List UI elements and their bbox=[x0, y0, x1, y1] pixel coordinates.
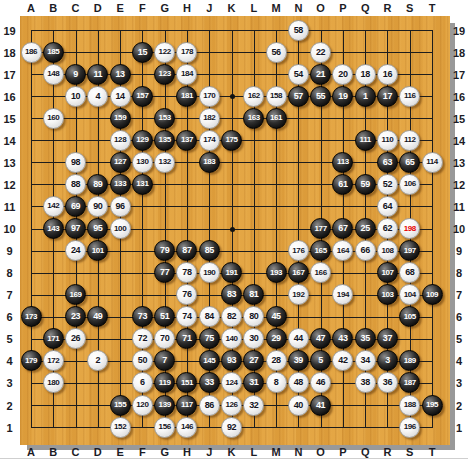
bottom-divider bbox=[0, 458, 468, 459]
move-number: 152 bbox=[114, 423, 126, 431]
move-number: 93 bbox=[227, 356, 236, 365]
stone-B15[interactable]: 160 bbox=[43, 108, 64, 129]
stone-O10[interactable]: 177 bbox=[310, 218, 331, 239]
stone-R11[interactable]: 64 bbox=[377, 196, 398, 217]
stone-O18[interactable]: 22 bbox=[310, 42, 331, 63]
move-number: 86 bbox=[205, 401, 214, 410]
move-number: 46 bbox=[316, 378, 325, 387]
stone-J2[interactable]: 86 bbox=[199, 395, 220, 416]
stone-E17[interactable]: 13 bbox=[110, 64, 131, 85]
move-number: 15 bbox=[138, 48, 147, 57]
move-number: 151 bbox=[181, 379, 193, 387]
move-number: 30 bbox=[249, 334, 258, 343]
move-number: 3 bbox=[385, 356, 390, 365]
move-number: 107 bbox=[381, 269, 393, 277]
stone-B11[interactable]: 142 bbox=[43, 196, 64, 217]
move-number: 163 bbox=[248, 114, 260, 122]
stone-J4[interactable]: 145 bbox=[199, 350, 220, 371]
move-number: 160 bbox=[47, 114, 59, 122]
stone-M16[interactable]: 158 bbox=[266, 86, 287, 107]
move-number: 36 bbox=[383, 378, 392, 387]
stone-N8[interactable]: 167 bbox=[288, 262, 309, 283]
move-number: 52 bbox=[383, 180, 392, 189]
coord-label-bottom-O: O bbox=[316, 447, 325, 458]
move-number: 123 bbox=[159, 70, 171, 78]
coord-label-top-L: L bbox=[250, 3, 257, 14]
move-number: 68 bbox=[405, 268, 414, 277]
stone-L2[interactable]: 32 bbox=[243, 395, 264, 416]
stone-H16[interactable]: 181 bbox=[176, 86, 197, 107]
coord-label-right-17: 17 bbox=[453, 69, 465, 80]
move-number: 198 bbox=[404, 225, 416, 233]
move-number: 44 bbox=[294, 334, 303, 343]
stone-L16[interactable]: 162 bbox=[243, 86, 264, 107]
stone-C11[interactable]: 69 bbox=[65, 196, 86, 217]
move-number: 76 bbox=[182, 290, 191, 299]
move-number: 41 bbox=[316, 401, 325, 410]
move-number: 165 bbox=[315, 247, 327, 255]
coord-label-right-6: 6 bbox=[456, 312, 462, 323]
move-number: 132 bbox=[159, 158, 171, 166]
stone-M8[interactable]: 193 bbox=[266, 262, 287, 283]
move-number: 105 bbox=[404, 313, 416, 321]
move-number: 51 bbox=[160, 312, 169, 321]
coord-label-bottom-C: C bbox=[72, 447, 80, 458]
stone-E2[interactable]: 155 bbox=[110, 395, 131, 416]
move-number: 64 bbox=[383, 202, 392, 211]
move-number: 7 bbox=[162, 356, 167, 365]
move-number: 2 bbox=[96, 356, 101, 365]
move-number: 106 bbox=[404, 180, 416, 188]
move-number: 135 bbox=[159, 136, 171, 144]
move-number: 156 bbox=[159, 423, 171, 431]
stone-H17[interactable]: 184 bbox=[176, 64, 197, 85]
stone-C10[interactable]: 97 bbox=[65, 218, 86, 239]
coord-label-top-M: M bbox=[271, 3, 280, 14]
stone-J6[interactable]: 84 bbox=[199, 306, 220, 327]
move-number: 175 bbox=[225, 136, 237, 144]
move-number: 137 bbox=[181, 136, 193, 144]
stone-J16[interactable]: 170 bbox=[199, 86, 220, 107]
stone-R8[interactable]: 107 bbox=[377, 262, 398, 283]
coord-label-left-12: 12 bbox=[3, 179, 15, 190]
move-number: 117 bbox=[181, 401, 193, 409]
stone-G2[interactable]: 139 bbox=[154, 395, 175, 416]
move-number: 77 bbox=[160, 268, 169, 277]
move-number: 48 bbox=[294, 378, 303, 387]
move-number: 187 bbox=[404, 379, 416, 387]
move-number: 92 bbox=[227, 423, 236, 432]
stone-T7[interactable]: 109 bbox=[422, 284, 443, 305]
move-number: 145 bbox=[203, 357, 215, 365]
move-number: 26 bbox=[71, 334, 80, 343]
coord-label-top-B: B bbox=[49, 3, 57, 14]
stone-L15[interactable]: 163 bbox=[243, 108, 264, 129]
stone-A18[interactable]: 186 bbox=[21, 42, 42, 63]
coord-label-top-S: S bbox=[406, 3, 413, 14]
stone-C16[interactable]: 10 bbox=[65, 86, 86, 107]
coord-label-top-R: R bbox=[383, 3, 391, 14]
stone-N17[interactable]: 54 bbox=[288, 64, 309, 85]
stone-C9[interactable]: 24 bbox=[65, 240, 86, 261]
move-number: 6 bbox=[140, 378, 145, 387]
move-number: 195 bbox=[426, 401, 438, 409]
stone-H2[interactable]: 117 bbox=[176, 395, 197, 416]
stone-Q9[interactable]: 66 bbox=[355, 240, 376, 261]
stone-M5[interactable]: 29 bbox=[266, 328, 287, 349]
stone-F18[interactable]: 15 bbox=[132, 42, 153, 63]
coord-label-left-19: 19 bbox=[3, 25, 15, 36]
stone-C13[interactable]: 98 bbox=[65, 152, 86, 173]
move-number: 96 bbox=[116, 202, 125, 211]
move-number: 42 bbox=[338, 356, 347, 365]
coord-label-left-18: 18 bbox=[3, 47, 15, 58]
move-number: 185 bbox=[47, 48, 59, 56]
stone-R9[interactable]: 108 bbox=[377, 240, 398, 261]
move-number: 70 bbox=[160, 334, 169, 343]
move-number: 37 bbox=[383, 334, 392, 343]
move-number: 120 bbox=[136, 401, 148, 409]
coord-label-top-F: F bbox=[139, 3, 146, 14]
move-number: 74 bbox=[182, 312, 191, 321]
stone-S12[interactable]: 106 bbox=[399, 174, 420, 195]
move-number: 109 bbox=[426, 291, 438, 299]
move-number: 23 bbox=[71, 312, 80, 321]
move-number: 28 bbox=[271, 356, 280, 365]
stone-Q3[interactable]: 38 bbox=[355, 372, 376, 393]
coord-label-top-T: T bbox=[429, 3, 436, 14]
stone-J5[interactable]: 75 bbox=[199, 328, 220, 349]
coord-label-right-2: 2 bbox=[456, 400, 462, 411]
move-number: 81 bbox=[249, 290, 258, 299]
stone-A6[interactable]: 173 bbox=[21, 306, 42, 327]
move-number: 178 bbox=[181, 48, 193, 56]
move-number: 98 bbox=[71, 158, 80, 167]
stone-M6[interactable]: 45 bbox=[266, 306, 287, 327]
stone-K1[interactable]: 92 bbox=[221, 417, 242, 438]
move-number: 139 bbox=[159, 401, 171, 409]
coord-label-left-15: 15 bbox=[3, 113, 15, 124]
stone-J14[interactable]: 174 bbox=[199, 130, 220, 151]
move-number: 193 bbox=[270, 269, 282, 277]
move-number: 69 bbox=[71, 202, 80, 211]
stone-H18[interactable]: 178 bbox=[176, 42, 197, 63]
move-number: 13 bbox=[116, 70, 125, 79]
stone-M18[interactable]: 56 bbox=[266, 42, 287, 63]
move-number: 112 bbox=[404, 136, 416, 144]
stone-B5[interactable]: 171 bbox=[43, 328, 64, 349]
coord-label-left-3: 3 bbox=[6, 378, 12, 389]
stone-Q16[interactable]: 1 bbox=[355, 86, 376, 107]
coord-label-right-9: 9 bbox=[456, 246, 462, 257]
stone-S16[interactable]: 116 bbox=[399, 86, 420, 107]
stone-N7[interactable]: 192 bbox=[288, 284, 309, 305]
move-number: 82 bbox=[227, 312, 236, 321]
stone-E1[interactable]: 152 bbox=[110, 417, 131, 438]
coord-label-bottom-A: A bbox=[27, 447, 35, 458]
move-number: 90 bbox=[93, 202, 102, 211]
coord-label-left-10: 10 bbox=[3, 224, 15, 235]
stone-T2[interactable]: 195 bbox=[422, 395, 443, 416]
move-number: 190 bbox=[203, 269, 215, 277]
move-number: 43 bbox=[338, 334, 347, 343]
coord-label-bottom-B: B bbox=[49, 447, 57, 458]
stone-D17[interactable]: 11 bbox=[87, 64, 108, 85]
move-number: 167 bbox=[292, 269, 304, 277]
move-number: 177 bbox=[315, 225, 327, 233]
stone-S2[interactable]: 188 bbox=[399, 395, 420, 416]
coord-label-left-1: 1 bbox=[6, 422, 12, 433]
stone-O2[interactable]: 41 bbox=[310, 395, 331, 416]
move-number: 126 bbox=[225, 401, 237, 409]
move-number: 47 bbox=[316, 334, 325, 343]
move-number: 146 bbox=[181, 423, 193, 431]
coord-label-top-K: K bbox=[228, 3, 236, 14]
stone-S1[interactable]: 196 bbox=[399, 417, 420, 438]
stone-F14[interactable]: 129 bbox=[132, 130, 153, 151]
coord-label-top-E: E bbox=[116, 3, 123, 14]
move-number: 179 bbox=[25, 357, 37, 365]
move-number: 170 bbox=[203, 92, 215, 100]
stone-F12[interactable]: 131 bbox=[132, 174, 153, 195]
coord-label-bottom-L: L bbox=[250, 447, 257, 458]
stone-Q14[interactable]: 111 bbox=[355, 130, 376, 151]
move-number: 73 bbox=[138, 312, 147, 321]
coord-label-top-J: J bbox=[206, 3, 212, 14]
coord-label-bottom-G: G bbox=[160, 447, 169, 458]
move-number: 1 bbox=[363, 92, 368, 101]
stone-C12[interactable]: 88 bbox=[65, 174, 86, 195]
stone-J8[interactable]: 190 bbox=[199, 262, 220, 283]
move-number: 196 bbox=[404, 423, 416, 431]
move-number: 38 bbox=[361, 378, 370, 387]
move-number: 27 bbox=[249, 356, 258, 365]
stone-G17[interactable]: 123 bbox=[154, 64, 175, 85]
stone-S13[interactable]: 65 bbox=[399, 152, 420, 173]
move-number: 97 bbox=[71, 224, 80, 233]
stone-M4[interactable]: 28 bbox=[266, 350, 287, 371]
stone-T13[interactable]: 114 bbox=[422, 152, 443, 173]
stone-P16[interactable]: 19 bbox=[332, 86, 353, 107]
stone-R10[interactable]: 62 bbox=[377, 218, 398, 239]
stone-S14[interactable]: 112 bbox=[399, 130, 420, 151]
stone-G15[interactable]: 153 bbox=[154, 108, 175, 129]
move-number: 131 bbox=[136, 180, 148, 188]
move-number: 4 bbox=[96, 92, 101, 101]
stone-F6[interactable]: 73 bbox=[132, 306, 153, 327]
coord-label-bottom-F: F bbox=[139, 447, 146, 458]
stone-O17[interactable]: 21 bbox=[310, 64, 331, 85]
stone-R12[interactable]: 52 bbox=[377, 174, 398, 195]
coord-label-left-7: 7 bbox=[6, 290, 12, 301]
stone-E13[interactable]: 127 bbox=[110, 152, 131, 173]
stone-K2[interactable]: 126 bbox=[221, 395, 242, 416]
coord-label-bottom-Q: Q bbox=[361, 447, 370, 458]
stone-J13[interactable]: 183 bbox=[199, 152, 220, 173]
move-number: 133 bbox=[114, 180, 126, 188]
stone-N9[interactable]: 176 bbox=[288, 240, 309, 261]
move-number: 71 bbox=[182, 334, 191, 343]
move-number: 85 bbox=[205, 246, 214, 255]
stone-Q5[interactable]: 35 bbox=[355, 328, 376, 349]
move-number: 164 bbox=[337, 247, 349, 255]
stone-E16[interactable]: 14 bbox=[110, 86, 131, 107]
move-number: 25 bbox=[361, 224, 370, 233]
move-number: 129 bbox=[136, 136, 148, 144]
stone-R13[interactable]: 63 bbox=[377, 152, 398, 173]
stone-E14[interactable]: 128 bbox=[110, 130, 131, 151]
go-kifu-view: AABBCCDDEEFFGGHHJJKKLLMMNNOOPPQQRRSSTT19… bbox=[0, 0, 468, 462]
stone-C17[interactable]: 9 bbox=[65, 64, 86, 85]
coord-label-left-8: 8 bbox=[6, 268, 12, 279]
move-number: 180 bbox=[47, 379, 59, 387]
move-number: 87 bbox=[182, 246, 191, 255]
stone-Q17[interactable]: 18 bbox=[355, 64, 376, 85]
move-number: 174 bbox=[203, 136, 215, 144]
stone-B17[interactable]: 148 bbox=[43, 64, 64, 85]
move-number: 110 bbox=[382, 136, 394, 144]
coord-label-right-3: 3 bbox=[456, 378, 462, 389]
stone-G1[interactable]: 156 bbox=[154, 417, 175, 438]
stone-E15[interactable]: 159 bbox=[110, 108, 131, 129]
coord-label-top-D: D bbox=[94, 3, 102, 14]
coord-label-top-C: C bbox=[72, 3, 80, 14]
coord-label-top-A: A bbox=[27, 3, 35, 14]
move-number: 157 bbox=[136, 92, 148, 100]
stone-Q4[interactable]: 34 bbox=[355, 350, 376, 371]
move-number: 83 bbox=[227, 290, 236, 299]
stone-B18[interactable]: 185 bbox=[43, 42, 64, 63]
stone-P17[interactable]: 20 bbox=[332, 64, 353, 85]
stone-E11[interactable]: 96 bbox=[110, 196, 131, 217]
coord-label-bottom-K: K bbox=[228, 447, 236, 458]
move-number: 181 bbox=[181, 92, 193, 100]
stone-M3[interactable]: 8 bbox=[266, 372, 287, 393]
coord-label-bottom-P: P bbox=[339, 447, 346, 458]
stone-F2[interactable]: 120 bbox=[132, 395, 153, 416]
move-number: 65 bbox=[405, 158, 414, 167]
coord-label-right-5: 5 bbox=[456, 334, 462, 345]
move-number: 14 bbox=[116, 92, 125, 101]
stone-O16[interactable]: 55 bbox=[310, 86, 331, 107]
move-number: 31 bbox=[249, 378, 258, 387]
coord-label-left-13: 13 bbox=[3, 157, 15, 168]
move-number: 49 bbox=[93, 312, 102, 321]
stone-G18[interactable]: 122 bbox=[154, 42, 175, 63]
move-number: 17 bbox=[383, 92, 392, 101]
move-number: 8 bbox=[274, 378, 279, 387]
move-number: 35 bbox=[361, 334, 370, 343]
coord-label-right-8: 8 bbox=[456, 268, 462, 279]
coord-label-top-O: O bbox=[316, 3, 325, 14]
move-number: 128 bbox=[114, 136, 126, 144]
coord-label-bottom-E: E bbox=[116, 447, 123, 458]
coord-label-bottom-N: N bbox=[294, 447, 302, 458]
move-number: 67 bbox=[338, 224, 347, 233]
move-number: 161 bbox=[270, 114, 282, 122]
stone-N2[interactable]: 40 bbox=[288, 395, 309, 416]
move-number: 40 bbox=[294, 401, 303, 410]
coord-label-top-N: N bbox=[294, 3, 302, 14]
stone-A4[interactable]: 179 bbox=[21, 350, 42, 371]
move-number: 113 bbox=[337, 158, 349, 166]
move-number: 63 bbox=[383, 158, 392, 167]
move-number: 11 bbox=[93, 70, 102, 79]
stone-J15[interactable]: 182 bbox=[199, 108, 220, 129]
move-number: 10 bbox=[71, 92, 80, 101]
stone-N16[interactable]: 57 bbox=[288, 86, 309, 107]
coord-label-left-4: 4 bbox=[6, 356, 12, 367]
move-number: 54 bbox=[294, 70, 303, 79]
move-number: 88 bbox=[71, 180, 80, 189]
coord-label-right-1: 1 bbox=[456, 422, 462, 433]
move-number: 182 bbox=[203, 114, 215, 122]
move-number: 197 bbox=[404, 247, 416, 255]
stone-F16[interactable]: 157 bbox=[132, 86, 153, 107]
coord-label-right-15: 15 bbox=[453, 113, 465, 124]
move-number: 186 bbox=[25, 48, 37, 56]
move-number: 194 bbox=[337, 291, 349, 299]
move-number: 80 bbox=[249, 312, 258, 321]
coord-label-right-18: 18 bbox=[453, 47, 465, 58]
move-number: 159 bbox=[114, 114, 126, 122]
stone-F13[interactable]: 130 bbox=[132, 152, 153, 173]
move-number: 122 bbox=[159, 48, 171, 56]
move-number: 169 bbox=[69, 291, 81, 299]
coord-label-right-14: 14 bbox=[453, 135, 465, 146]
stone-R16[interactable]: 17 bbox=[377, 86, 398, 107]
move-number: 183 bbox=[203, 158, 215, 166]
stone-Q10[interactable]: 25 bbox=[355, 218, 376, 239]
move-number: 184 bbox=[181, 70, 193, 78]
stone-B10[interactable]: 143 bbox=[43, 218, 64, 239]
move-number: 108 bbox=[381, 247, 393, 255]
move-number: 140 bbox=[225, 335, 237, 343]
stone-E12[interactable]: 133 bbox=[110, 174, 131, 195]
coord-label-right-19: 19 bbox=[453, 25, 465, 36]
move-number: 155 bbox=[114, 401, 126, 409]
stone-G13[interactable]: 132 bbox=[154, 152, 175, 173]
move-number: 79 bbox=[160, 246, 169, 255]
stone-R14[interactable]: 110 bbox=[377, 130, 398, 151]
move-number: 50 bbox=[138, 356, 147, 365]
stone-D16[interactable]: 4 bbox=[87, 86, 108, 107]
move-number: 57 bbox=[294, 92, 303, 101]
stone-J9[interactable]: 85 bbox=[199, 240, 220, 261]
coord-label-top-P: P bbox=[339, 3, 346, 14]
stone-N19[interactable]: 58 bbox=[288, 20, 309, 41]
coord-label-right-12: 12 bbox=[453, 179, 465, 190]
stone-M15[interactable]: 161 bbox=[266, 108, 287, 129]
stone-G14[interactable]: 135 bbox=[154, 130, 175, 151]
stone-K14[interactable]: 175 bbox=[221, 130, 242, 151]
move-number: 39 bbox=[294, 356, 303, 365]
move-number: 18 bbox=[361, 70, 370, 79]
stone-Q12[interactable]: 59 bbox=[355, 174, 376, 195]
stone-E10[interactable]: 100 bbox=[110, 218, 131, 239]
coord-label-bottom-M: M bbox=[271, 447, 280, 458]
move-number: 16 bbox=[383, 70, 392, 79]
move-number: 104 bbox=[404, 291, 416, 299]
move-number: 34 bbox=[361, 356, 370, 365]
stone-H1[interactable]: 146 bbox=[176, 417, 197, 438]
move-number: 114 bbox=[426, 158, 438, 166]
move-number: 142 bbox=[47, 202, 59, 210]
move-number: 29 bbox=[271, 334, 280, 343]
move-number: 166 bbox=[315, 269, 327, 277]
stone-R17[interactable]: 16 bbox=[377, 64, 398, 85]
move-number: 119 bbox=[159, 379, 171, 387]
